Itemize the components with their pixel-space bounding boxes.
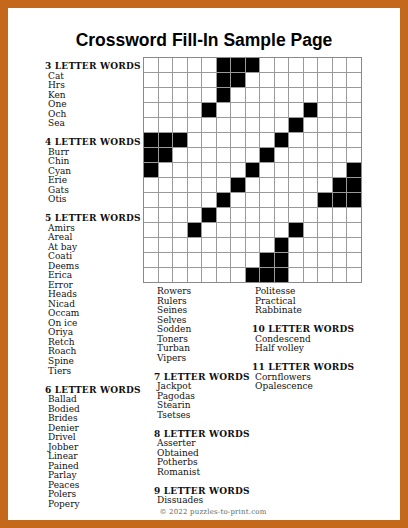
grid-cell-r8c7[interactable] (231, 163, 245, 177)
grid-cell-r7c9 (260, 148, 274, 162)
grid-cell-r11c1[interactable] (144, 208, 158, 222)
grid-cell-r2c14[interactable] (333, 73, 347, 87)
grid-cell-r1c13[interactable] (318, 58, 332, 72)
grid-cell-r15c5[interactable] (202, 268, 216, 282)
grid-cell-r15c11[interactable] (289, 268, 303, 282)
grid-cell-r5c6[interactable] (217, 118, 231, 132)
grid-cell-r2c4[interactable] (188, 73, 202, 87)
grid-cell-r14c5[interactable] (202, 253, 216, 267)
grid-cell-r6c2 (159, 133, 173, 147)
grid-cell-r8c1 (144, 163, 158, 177)
grid-cell-r8c14[interactable] (333, 163, 347, 177)
grid-cell-r15c13[interactable] (318, 268, 332, 282)
grid-cell-r11c14[interactable] (333, 208, 347, 222)
grid-cell-r11c2[interactable] (159, 208, 173, 222)
grid-cell-r13c11[interactable] (289, 238, 303, 252)
grid-cell-r12c7[interactable] (231, 223, 245, 237)
word-list-entry: Tsetses (154, 411, 254, 421)
grid-cell-r7c2 (159, 148, 173, 162)
grid-cell-r1c15[interactable] (347, 58, 361, 72)
grid-cell-r12c2[interactable] (159, 223, 173, 237)
grid-cell-r15c9 (260, 268, 274, 282)
grid-cell-r4c10[interactable] (275, 103, 289, 117)
grid-cell-r3c11[interactable] (289, 88, 303, 102)
grid-cell-r5c2[interactable] (159, 118, 173, 132)
grid-cell-r4c12 (304, 103, 318, 117)
grid-cell-r7c4[interactable] (188, 148, 202, 162)
grid-cell-r6c15[interactable] (347, 133, 361, 147)
grid-cell-r7c7[interactable] (231, 148, 245, 162)
grid-cell-r3c13[interactable] (318, 88, 332, 102)
grid-cell-r11c4[interactable] (188, 208, 202, 222)
grid-cell-r2c12[interactable] (304, 73, 318, 87)
grid-cell-r13c3[interactable] (173, 238, 187, 252)
grid-cell-r8c15 (347, 163, 361, 177)
grid-cell-r13c14[interactable] (333, 238, 347, 252)
grid-cell-r7c14[interactable] (333, 148, 347, 162)
grid-cell-r15c12[interactable] (304, 268, 318, 282)
grid-cell-r2c6 (217, 73, 231, 87)
grid-cell-r8c11[interactable] (289, 163, 303, 177)
grid-cell-r13c8[interactable] (246, 238, 260, 252)
word-list-entry: Vipers (154, 354, 254, 364)
grid-cell-r8c13[interactable] (318, 163, 332, 177)
grid-cell-r10c10[interactable] (275, 193, 289, 207)
grid-cell-r10c4[interactable] (188, 193, 202, 207)
grid-cell-r9c1[interactable] (144, 178, 158, 192)
grid-cell-r12c9[interactable] (260, 223, 274, 237)
word-list-entry: Sea (45, 119, 145, 129)
grid-cell-r4c3[interactable] (173, 103, 187, 117)
grid-cell-r9c14 (333, 178, 347, 192)
grid-cell-r8c12[interactable] (304, 163, 318, 177)
grid-cell-r11c11[interactable] (289, 208, 303, 222)
word-list-entry: Otis (45, 195, 145, 205)
grid-cell-r4c2[interactable] (159, 103, 173, 117)
grid-cell-r15c1[interactable] (144, 268, 158, 282)
grid-cell-r9c5[interactable] (202, 178, 216, 192)
grid-cell-r11c5 (202, 208, 216, 222)
grid-cell-r2c3[interactable] (173, 73, 187, 87)
grid-cell-r12c14[interactable] (333, 223, 347, 237)
grid-cell-r11c9[interactable] (260, 208, 274, 222)
word-list-entry: Rabbinate (252, 306, 362, 316)
grid-cell-r14c12[interactable] (304, 253, 318, 267)
crossword-sample-page: Crossword Fill-In Sample Page 3 LETTER W… (0, 0, 408, 528)
grid-cell-r3c6 (217, 88, 231, 102)
grid-cell-r8c10[interactable] (275, 163, 289, 177)
grid-cell-r7c3[interactable] (173, 148, 187, 162)
grid-cell-r4c11[interactable] (289, 103, 303, 117)
grid-cell-r3c10[interactable] (275, 88, 289, 102)
grid-cell-r5c14[interactable] (333, 118, 347, 132)
grid-cell-r8c8 (246, 163, 260, 177)
grid-cell-r2c8[interactable] (246, 73, 260, 87)
grid-cell-r13c4[interactable] (188, 238, 202, 252)
word-list-left-column: 3 LETTER WORDSCatHrsKenOneOchSea4 LETTER… (45, 62, 145, 509)
grid-cell-r13c13[interactable] (318, 238, 332, 252)
grid-cell-r1c4[interactable] (188, 58, 202, 72)
grid-cell-r13c7[interactable] (231, 238, 245, 252)
grid-cell-r9c11[interactable] (289, 178, 303, 192)
word-list-middle-column: RowersRulersSeinesSelvesSoddenTonersTurb… (154, 287, 254, 506)
grid-cell-r6c9[interactable] (260, 133, 274, 147)
grid-cell-r4c4[interactable] (188, 103, 202, 117)
grid-cell-r8c3[interactable] (173, 163, 187, 177)
grid-cell-r13c15[interactable] (347, 238, 361, 252)
grid-cell-r12c5[interactable] (202, 223, 216, 237)
grid-cell-r15c6[interactable] (217, 268, 231, 282)
grid-cell-r3c4[interactable] (188, 88, 202, 102)
grid-cell-r14c6[interactable] (217, 253, 231, 267)
grid-cell-r6c11[interactable] (289, 133, 303, 147)
grid-cell-r12c13[interactable] (318, 223, 332, 237)
grid-cell-r10c13 (318, 193, 332, 207)
grid-cell-r15c8 (246, 268, 260, 282)
grid-cell-r15c4[interactable] (188, 268, 202, 282)
grid-cell-r11c8[interactable] (246, 208, 260, 222)
grid-cell-r6c13[interactable] (318, 133, 332, 147)
grid-cell-r7c10[interactable] (275, 148, 289, 162)
grid-cell-r7c5[interactable] (202, 148, 216, 162)
grid-cell-r14c2[interactable] (159, 253, 173, 267)
grid-cell-r1c12[interactable] (304, 58, 318, 72)
word-list-entry: Tiers (45, 367, 145, 377)
grid-cell-r15c3[interactable] (173, 268, 187, 282)
grid-cell-r7c12[interactable] (304, 148, 318, 162)
grid-cell-r11c7[interactable] (231, 208, 245, 222)
grid-cell-r2c1[interactable] (144, 73, 158, 87)
grid-cell-r5c8[interactable] (246, 118, 260, 132)
copyright-text: © 2022 puzzles-to-print.com (26, 508, 400, 516)
grid-cell-r4c13[interactable] (318, 103, 332, 117)
grid-cell-r12c10[interactable] (275, 223, 289, 237)
page-title: Crossword Fill-In Sample Page (8, 30, 400, 51)
grid-cell-r3c8[interactable] (246, 88, 260, 102)
word-list-entry: Dissuades (154, 496, 254, 506)
grid-cell-r14c4[interactable] (188, 253, 202, 267)
grid-cell-r10c1[interactable] (144, 193, 158, 207)
grid-cell-r8c9[interactable] (260, 163, 274, 177)
grid-cell-r5c7[interactable] (231, 118, 245, 132)
grid-cell-r12c1[interactable] (144, 223, 158, 237)
grid-cell-r1c1[interactable] (144, 58, 158, 72)
grid-cell-r3c5[interactable] (202, 88, 216, 102)
grid-cell-r14c7[interactable] (231, 253, 245, 267)
grid-cell-r7c8[interactable] (246, 148, 260, 162)
grid-cell-r1c7 (231, 58, 245, 72)
grid-cell-r9c10[interactable] (275, 178, 289, 192)
grid-cell-r14c3[interactable] (173, 253, 187, 267)
grid-cell-r12c8[interactable] (246, 223, 260, 237)
grid-cell-r10c6 (217, 193, 231, 207)
grid-cell-r8c5[interactable] (202, 163, 216, 177)
grid-cell-r14c10 (275, 253, 289, 267)
grid-cell-r5c15[interactable] (347, 118, 361, 132)
grid-cell-r9c12[interactable] (304, 178, 318, 192)
crossword-grid[interactable] (143, 57, 362, 283)
grid-cell-r13c5[interactable] (202, 238, 216, 252)
grid-cell-r4c5 (202, 103, 216, 117)
grid-cell-r5c1[interactable] (144, 118, 158, 132)
grid-cell-r10c3[interactable] (173, 193, 187, 207)
grid-cell-r1c9[interactable] (260, 58, 274, 72)
grid-cell-r3c1[interactable] (144, 88, 158, 102)
grid-cell-r9c4[interactable] (188, 178, 202, 192)
grid-cell-r11c6[interactable] (217, 208, 231, 222)
grid-cell-r5c11 (289, 118, 303, 132)
grid-cell-r3c14[interactable] (333, 88, 347, 102)
grid-cell-r10c8[interactable] (246, 193, 260, 207)
grid-cell-r2c2[interactable] (159, 73, 173, 87)
grid-cell-r5c5[interactable] (202, 118, 216, 132)
grid-cell-r14c15[interactable] (347, 253, 361, 267)
grid-cell-r2c15[interactable] (347, 73, 361, 87)
grid-cell-r3c7[interactable] (231, 88, 245, 102)
grid-cell-r2c9[interactable] (260, 73, 274, 87)
grid-cell-r3c12[interactable] (304, 88, 318, 102)
grid-cell-r5c12[interactable] (304, 118, 318, 132)
grid-cell-r1c11[interactable] (289, 58, 303, 72)
grid-cell-r12c12[interactable] (304, 223, 318, 237)
grid-cell-r4c7[interactable] (231, 103, 245, 117)
grid-cell-r13c10 (275, 238, 289, 252)
grid-cell-r12c6[interactable] (217, 223, 231, 237)
grid-cell-r11c12[interactable] (304, 208, 318, 222)
word-list-right-column: PolitessePracticalRabbinate10 LETTER WOR… (252, 287, 362, 392)
grid-cell-r2c7 (231, 73, 245, 87)
grid-cell-r6c3 (173, 133, 187, 147)
grid-cell-r12c11 (289, 223, 303, 237)
grid-cell-r9c6[interactable] (217, 178, 231, 192)
grid-cell-r15c14[interactable] (333, 268, 347, 282)
grid-cell-r10c11[interactable] (289, 193, 303, 207)
grid-cell-r6c6[interactable] (217, 133, 231, 147)
grid-cell-r3c15[interactable] (347, 88, 361, 102)
grid-cell-r3c9[interactable] (260, 88, 274, 102)
grid-cell-r6c12[interactable] (304, 133, 318, 147)
grid-cell-r4c14[interactable] (333, 103, 347, 117)
grid-cell-r6c8[interactable] (246, 133, 260, 147)
grid-cell-r1c3[interactable] (173, 58, 187, 72)
grid-cell-r5c9[interactable] (260, 118, 274, 132)
grid-cell-r7c6[interactable] (217, 148, 231, 162)
grid-cell-r13c2[interactable] (159, 238, 173, 252)
grid-cell-r6c5[interactable] (202, 133, 216, 147)
grid-cell-r6c1 (144, 133, 158, 147)
grid-cell-r15c15[interactable] (347, 268, 361, 282)
grid-cell-r9c13[interactable] (318, 178, 332, 192)
grid-cell-r5c3[interactable] (173, 118, 187, 132)
grid-cell-r11c13[interactable] (318, 208, 332, 222)
grid-cell-r9c3[interactable] (173, 178, 187, 192)
grid-cell-r11c10[interactable] (275, 208, 289, 222)
grid-cell-r13c1[interactable] (144, 238, 158, 252)
grid-cell-r7c1 (144, 148, 158, 162)
grid-cell-r14c14[interactable] (333, 253, 347, 267)
grid-cell-r9c9[interactable] (260, 178, 274, 192)
grid-cell-r5c10[interactable] (275, 118, 289, 132)
grid-cell-r2c11[interactable] (289, 73, 303, 87)
word-list-entry: Half volley (252, 344, 362, 354)
grid-cell-r6c7[interactable] (231, 133, 245, 147)
grid-cell-r6c4[interactable] (188, 133, 202, 147)
grid-cell-r3c2[interactable] (159, 88, 173, 102)
grid-cell-r13c9[interactable] (260, 238, 274, 252)
grid-cell-r2c13[interactable] (318, 73, 332, 87)
grid-cell-r13c6[interactable] (217, 238, 231, 252)
grid-cell-r11c15[interactable] (347, 208, 361, 222)
word-list-entry: Romanist (154, 468, 254, 478)
grid-cell-r15c7[interactable] (231, 268, 245, 282)
grid-cell-r10c5[interactable] (202, 193, 216, 207)
grid-cell-r14c1[interactable] (144, 253, 158, 267)
grid-cell-r1c2[interactable] (159, 58, 173, 72)
grid-cell-r7c15[interactable] (347, 148, 361, 162)
grid-cell-r10c15 (347, 193, 361, 207)
grid-cell-r7c13[interactable] (318, 148, 332, 162)
grid-cell-r10c7[interactable] (231, 193, 245, 207)
grid-cell-r1c10[interactable] (275, 58, 289, 72)
grid-cell-r6c14[interactable] (333, 133, 347, 147)
grid-cell-r14c11[interactable] (289, 253, 303, 267)
grid-cell-r9c15 (347, 178, 361, 192)
grid-cell-r8c2[interactable] (159, 163, 173, 177)
grid-cell-r14c8[interactable] (246, 253, 260, 267)
grid-cell-r5c13[interactable] (318, 118, 332, 132)
grid-cell-r14c13[interactable] (318, 253, 332, 267)
grid-cell-r9c7 (231, 178, 245, 192)
word-list-entry: Opalescence (252, 382, 362, 392)
grid-cell-r4c6[interactable] (217, 103, 231, 117)
grid-cell-r9c2[interactable] (159, 178, 173, 192)
grid-cell-r15c2[interactable] (159, 268, 173, 282)
grid-cell-r10c2[interactable] (159, 193, 173, 207)
grid-cell-r12c15[interactable] (347, 223, 361, 237)
grid-cell-r10c14 (333, 193, 347, 207)
grid-cell-r14c9 (260, 253, 274, 267)
grid-cell-r15c10 (275, 268, 289, 282)
grid-cell-r3c3[interactable] (173, 88, 187, 102)
grid-cell-r6c10 (275, 133, 289, 147)
grid-cell-r13c12[interactable] (304, 238, 318, 252)
grid-cell-r8c6[interactable] (217, 163, 231, 177)
grid-cell-r7c11[interactable] (289, 148, 303, 162)
grid-cell-r2c10[interactable] (275, 73, 289, 87)
grid-cell-r9c8[interactable] (246, 178, 260, 192)
grid-cell-r1c14[interactable] (333, 58, 347, 72)
grid-cell-r12c3[interactable] (173, 223, 187, 237)
grid-cell-r1c5[interactable] (202, 58, 216, 72)
grid-cell-r4c9[interactable] (260, 103, 274, 117)
grid-cell-r2c5[interactable] (202, 73, 216, 87)
grid-cell-r5c4[interactable] (188, 118, 202, 132)
grid-cell-r1c8 (246, 58, 260, 72)
grid-cell-r10c12[interactable] (304, 193, 318, 207)
grid-cell-r4c15[interactable] (347, 103, 361, 117)
grid-cell-r4c8[interactable] (246, 103, 260, 117)
grid-cell-r12c4 (188, 223, 202, 237)
grid-cell-r10c9[interactable] (260, 193, 274, 207)
grid-cell-r8c4[interactable] (188, 163, 202, 177)
grid-cell-r4c1[interactable] (144, 103, 158, 117)
grid-cell-r11c3[interactable] (173, 208, 187, 222)
grid-cell-r1c6 (217, 58, 231, 72)
